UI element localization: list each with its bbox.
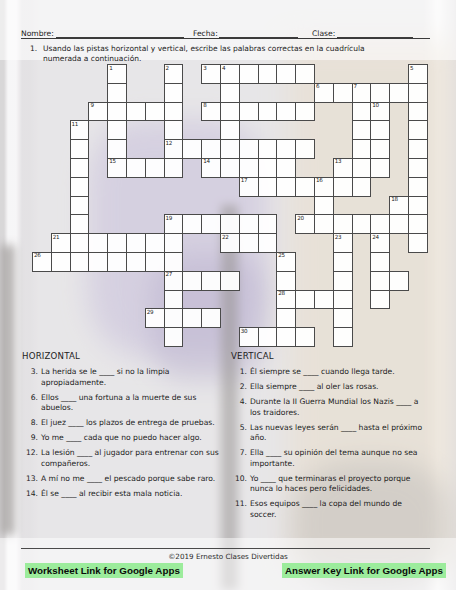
crossword-cell[interactable]: [182, 308, 202, 328]
crossword-cell[interactable]: [389, 83, 409, 103]
crossword-cell[interactable]: 12: [164, 139, 184, 159]
crossword-cell[interactable]: 17: [239, 177, 259, 197]
crossword-cell[interactable]: [276, 308, 296, 328]
cell-number: 21: [53, 234, 60, 241]
crossword-cell[interactable]: [333, 214, 353, 234]
clue-item: 11.Esos equipos ____ la copa del mundo d…: [231, 499, 453, 520]
crossword-grid: 1234567981011121514131716181920212223242…: [32, 64, 427, 346]
name-label: Nombre:: [21, 29, 54, 38]
cell-number: 18: [391, 196, 398, 203]
crossword-cell[interactable]: [164, 158, 184, 178]
crossword-cell[interactable]: [239, 64, 259, 84]
crossword-cell[interactable]: [107, 102, 127, 122]
crossword-cell[interactable]: [220, 214, 240, 234]
crossword-cell[interactable]: 15: [107, 158, 127, 178]
crossword-cell[interactable]: [314, 196, 334, 216]
crossword-cell[interactable]: [51, 252, 71, 272]
cell-number: 22: [222, 234, 229, 241]
clue-item: 14.Él se ____ al recibir esta mala notic…: [22, 489, 226, 500]
clue-item: 9.Yo me ____ cada que no puedo hacer alg…: [22, 433, 226, 444]
crossword-cell[interactable]: [352, 214, 372, 234]
clue-text: Ella siempre ____ al oler las rosas.: [250, 382, 428, 393]
header-divider: [21, 38, 430, 39]
crossword-cell[interactable]: [201, 214, 221, 234]
vertical-clues: VERTICAL 1.Él siempre se ____ cuando lle…: [231, 351, 453, 525]
crossword-cell[interactable]: [126, 158, 146, 178]
crossword-cell[interactable]: [164, 233, 184, 253]
crossword-cell[interactable]: [389, 214, 409, 234]
cell-number: 13: [335, 158, 342, 165]
instruction: 1. Usando las pistas horizontal y vertic…: [30, 44, 422, 64]
clue-number: 14.: [22, 489, 41, 500]
crossword-cell[interactable]: [70, 177, 90, 197]
clue-text: La herida se le ____ si no la limpia apr…: [41, 367, 221, 388]
crossword-cell[interactable]: [352, 120, 372, 140]
crossword-cell[interactable]: 27: [164, 271, 184, 291]
cell-number: 10: [372, 102, 379, 109]
crossword-cell[interactable]: [370, 214, 390, 234]
cell-number: 15: [109, 158, 116, 165]
crossword-cell[interactable]: [220, 158, 240, 178]
cell-number: 16: [316, 177, 323, 184]
crossword-cell[interactable]: [182, 214, 202, 234]
instruction-text: Usando las pistas horizontal y vertical,…: [43, 44, 395, 64]
clue-number: 1.: [231, 367, 250, 378]
cell-number: 8: [203, 102, 206, 109]
clue-item: 5.Las nuevas leyes serán ____ hasta el p…: [231, 423, 453, 444]
crossword-cell[interactable]: [295, 177, 315, 197]
crossword-cell[interactable]: [164, 102, 184, 122]
cell-number: 28: [278, 290, 285, 297]
crossword-cell[interactable]: [164, 120, 184, 140]
crossword-cell[interactable]: [333, 252, 353, 272]
cell-number: 11: [72, 121, 79, 128]
crossword-cell[interactable]: 14: [201, 158, 221, 178]
crossword-cell[interactable]: 10: [370, 102, 390, 122]
clue-number: 3.: [22, 367, 41, 388]
crossword-cell[interactable]: [70, 158, 90, 178]
cell-number: 26: [34, 252, 41, 259]
cell-number: 27: [166, 271, 173, 278]
crossword-cell[interactable]: [107, 233, 127, 253]
crossword-cell[interactable]: 16: [314, 177, 334, 197]
cell-number: 7: [354, 83, 357, 90]
name-blank-line[interactable]: [56, 29, 184, 38]
crossword-cell[interactable]: [370, 271, 390, 291]
class-label: Clase:: [312, 29, 335, 38]
crossword-cell[interactable]: [333, 308, 353, 328]
crossword-cell[interactable]: [126, 252, 146, 272]
crossword-cell[interactable]: [295, 139, 315, 159]
clue-text: Durante la II Guerra Mundial los Nazis _…: [250, 397, 428, 418]
crossword-cell[interactable]: [107, 120, 127, 140]
crossword-cell[interactable]: [408, 139, 428, 159]
crossword-cell[interactable]: [258, 177, 278, 197]
crossword-cell[interactable]: [258, 158, 278, 178]
crossword-cell[interactable]: [70, 233, 90, 253]
clue-text: Yo me ____ cada que no puedo hacer algo.: [41, 433, 221, 444]
cell-number: 12: [166, 140, 173, 147]
crossword-cell[interactable]: 18: [389, 196, 409, 216]
clue-number: 6.: [22, 393, 41, 414]
crossword-cell[interactable]: [389, 271, 409, 291]
clue-item: 6.Ellos ____ una fortuna a la muerte de …: [22, 393, 226, 414]
crossword-cell[interactable]: [145, 233, 165, 253]
cell-number: 3: [203, 65, 206, 72]
crossword-cell[interactable]: 30: [239, 327, 259, 347]
crossword-cell[interactable]: [220, 271, 240, 291]
crossword-cell[interactable]: [70, 214, 90, 234]
crossword-cell[interactable]: [370, 139, 390, 159]
crossword-cell[interactable]: 1: [107, 64, 127, 84]
crossword-cell[interactable]: 26: [32, 252, 52, 272]
clue-item: 3.La herida se le ____ si no la limpia a…: [22, 367, 226, 388]
cell-number: 20: [297, 215, 304, 222]
crossword-cell[interactable]: [352, 158, 372, 178]
clue-text: La lesión ____ al jugador para entrenar …: [41, 448, 221, 469]
crossword-cell[interactable]: [164, 290, 184, 310]
crossword-cell[interactable]: [70, 252, 90, 272]
crossword-cell[interactable]: [182, 271, 202, 291]
crossword-cell[interactable]: [276, 64, 296, 84]
clue-number: 2.: [231, 382, 250, 393]
class-blank-line[interactable]: [337, 29, 413, 38]
crossword-cell[interactable]: 3: [201, 64, 221, 84]
clue-item: 12.La lesión ____ al jugador para entren…: [22, 448, 226, 469]
crossword-cell[interactable]: 11: [70, 120, 90, 140]
clue-number: 12.: [22, 448, 41, 469]
clue-number: 11.: [231, 499, 250, 520]
crossword-cell[interactable]: 24: [370, 233, 390, 253]
cell-number: 30: [241, 328, 248, 335]
cell-number: 1: [109, 65, 112, 72]
crossword-cell[interactable]: [145, 158, 165, 178]
crossword-cell[interactable]: [408, 83, 428, 103]
crossword-cell[interactable]: 20: [295, 214, 315, 234]
cell-number: 25: [278, 252, 285, 259]
crossword-cell[interactable]: 19: [164, 214, 184, 234]
worksheet-link-button[interactable]: Worksheet Link for Google Apps: [25, 563, 183, 578]
clue-text: Él se ____ al recibir esta mala noticia.: [41, 489, 221, 500]
crossword-cell[interactable]: [258, 102, 278, 122]
crossword-cell[interactable]: 2: [164, 64, 184, 84]
crossword-cell[interactable]: [258, 214, 278, 234]
crossword-cell[interactable]: 4: [220, 64, 240, 84]
crossword-cell[interactable]: [408, 233, 428, 253]
crossword-cell[interactable]: [352, 102, 372, 122]
crossword-cell[interactable]: [201, 139, 221, 159]
date-blank-line[interactable]: [219, 29, 298, 38]
crossword-cell[interactable]: 5: [408, 64, 428, 84]
crossword-cell[interactable]: [295, 327, 315, 347]
crossword-cell[interactable]: [220, 139, 240, 159]
crossword-cell[interactable]: [333, 327, 353, 347]
crossword-cell[interactable]: 25: [276, 252, 296, 272]
crossword-cell[interactable]: [276, 158, 296, 178]
crossword-cell[interactable]: [88, 252, 108, 272]
crossword-cell[interactable]: 6: [314, 83, 334, 103]
crossword-cell[interactable]: [145, 102, 165, 122]
crossword-cell[interactable]: [88, 233, 108, 253]
cell-number: 6: [316, 83, 319, 90]
crossword-cell[interactable]: [333, 290, 353, 310]
clue-number: 5.: [231, 423, 250, 444]
crossword-cell[interactable]: 9: [88, 102, 108, 122]
crossword-cell[interactable]: [408, 158, 428, 178]
clue-text: Las nuevas leyes serán ____ hasta el pró…: [250, 423, 428, 444]
crossword-cell[interactable]: [258, 139, 278, 159]
crossword-cell[interactable]: [107, 83, 127, 103]
vertical-title: VERTICAL: [231, 351, 453, 362]
footer-divider: [21, 548, 430, 549]
clue-item: 2.Ella siempre ____ al oler las rosas.: [231, 382, 453, 393]
cell-number: 4: [222, 65, 225, 72]
clue-number: 9.: [22, 433, 41, 444]
crossword-cell[interactable]: [70, 196, 90, 216]
crossword-cell[interactable]: [352, 139, 372, 159]
horizontal-clues: HORIZONTAL 3.La herida se le ____ si no …: [22, 351, 226, 504]
clue-item: 10.Yo ____ que terminaras el proyecto po…: [231, 474, 453, 495]
cell-number: 2: [166, 65, 169, 72]
cell-number: 29: [147, 309, 154, 316]
crossword-cell[interactable]: [258, 64, 278, 84]
crossword-cell[interactable]: [408, 120, 428, 140]
answer-key-link-button[interactable]: Answer Key Link for Google Apps: [282, 563, 446, 578]
crossword-cell[interactable]: [258, 233, 278, 253]
clue-number: 4.: [231, 397, 250, 418]
background-photo-dark-strip: [0, 245, 15, 535]
crossword-cell[interactable]: [295, 290, 315, 310]
crossword-cell[interactable]: [408, 214, 428, 234]
crossword-cell[interactable]: [333, 83, 353, 103]
clue-text: Ella ____ su opinión del tema aunque no …: [250, 448, 428, 469]
crossword-cell[interactable]: [352, 177, 372, 197]
crossword-cell[interactable]: [107, 252, 127, 272]
cell-number: 19: [166, 215, 173, 222]
crossword-cell[interactable]: [239, 139, 259, 159]
crossword-cell[interactable]: [220, 102, 240, 122]
cell-number: 17: [241, 177, 248, 184]
clue-text: Ellos ____ una fortuna a la muerte de su…: [41, 393, 221, 414]
crossword-cell[interactable]: [239, 233, 259, 253]
crossword-cell[interactable]: [107, 139, 127, 159]
clue-number: 7.: [231, 448, 250, 469]
clue-item: 13.A mí no me ____ el pescado porque sab…: [22, 474, 226, 485]
clue-number: 10.: [231, 474, 250, 495]
crossword-cell[interactable]: [333, 271, 353, 291]
clue-item: 4.Durante la II Guerra Mundial los Nazis…: [231, 397, 453, 418]
crossword-cell[interactable]: 21: [51, 233, 71, 253]
crossword-cell[interactable]: [258, 327, 278, 347]
crossword-cell[interactable]: [126, 233, 146, 253]
clue-text: Yo ____ que terminaras el proyecto porqu…: [250, 474, 428, 495]
crossword-cell[interactable]: [295, 102, 315, 122]
crossword-cell[interactable]: [314, 290, 334, 310]
clue-text: A mí no me ____ el pescado porque sabe r…: [41, 474, 221, 485]
crossword-cell[interactable]: [370, 120, 390, 140]
crossword-cell[interactable]: [126, 102, 146, 122]
crossword-cell[interactable]: [333, 177, 353, 197]
vertical-clue-list: 1.Él siempre se ____ cuando llega tarde.…: [231, 367, 453, 520]
crossword-cell[interactable]: [145, 252, 165, 272]
crossword-cell[interactable]: [276, 102, 296, 122]
crossword-cell[interactable]: [201, 308, 221, 328]
clue-text: Esos equipos ____ la copa del mundo de s…: [250, 499, 428, 520]
crossword-cell[interactable]: [408, 102, 428, 122]
crossword-cell[interactable]: [239, 158, 259, 178]
clue-text: Él siempre se ____ cuando llega tarde.: [250, 367, 428, 378]
crossword-cell[interactable]: [201, 271, 221, 291]
instruction-number: 1.: [30, 44, 43, 64]
crossword-cell[interactable]: [276, 327, 296, 347]
crossword-cell[interactable]: 29: [145, 308, 165, 328]
crossword-cell[interactable]: [370, 83, 390, 103]
clue-number: 13.: [22, 474, 41, 485]
crossword-cell[interactable]: [182, 139, 202, 159]
crossword-cell[interactable]: [220, 120, 240, 140]
cell-number: 23: [335, 234, 342, 241]
crossword-cell[interactable]: [70, 139, 90, 159]
copyright-text: ©2019 Ernesto Clases Divertidas: [0, 552, 456, 561]
crossword-cell[interactable]: [164, 252, 184, 272]
crossword-cell[interactable]: [295, 64, 315, 84]
crossword-cell[interactable]: [370, 252, 390, 272]
clue-text: El juez ____ los plazos de entrega de pr…: [41, 418, 221, 429]
crossword-cell[interactable]: [408, 177, 428, 197]
cell-number: 24: [372, 234, 379, 241]
cell-number: 5: [410, 65, 413, 72]
crossword-cell[interactable]: [314, 214, 334, 234]
cell-number: 9: [90, 102, 93, 109]
cell-number: 14: [203, 158, 210, 165]
crossword-cell[interactable]: 8: [201, 102, 221, 122]
crossword-cell[interactable]: 7: [352, 83, 372, 103]
crossword-cell[interactable]: [276, 177, 296, 197]
date-label: Fecha:: [193, 29, 218, 38]
crossword-cell[interactable]: 22: [220, 233, 240, 253]
crossword-cell[interactable]: 28: [276, 290, 296, 310]
clue-number: 8.: [22, 418, 41, 429]
crossword-cell[interactable]: [220, 83, 240, 103]
clue-item: 7.Ella ____ su opinión del tema aunque n…: [231, 448, 453, 469]
crossword-cell[interactable]: [276, 139, 296, 159]
crossword-cell[interactable]: [164, 83, 184, 103]
horizontal-clue-list: 3.La herida se le ____ si no la limpia a…: [22, 367, 226, 499]
horizontal-title: HORIZONTAL: [22, 351, 226, 362]
crossword-cell[interactable]: 23: [333, 233, 353, 253]
crossword-cell[interactable]: [408, 196, 428, 216]
crossword-cell[interactable]: [239, 102, 259, 122]
crossword-cell[interactable]: [164, 327, 184, 347]
clue-item: 8.El juez ____ los plazos de entrega de …: [22, 418, 226, 429]
crossword-cell[interactable]: [276, 271, 296, 291]
crossword-cell[interactable]: [164, 308, 184, 328]
crossword-cell[interactable]: [370, 290, 390, 310]
crossword-cell[interactable]: [370, 158, 390, 178]
crossword-cell[interactable]: [239, 214, 259, 234]
clue-item: 1.Él siempre se ____ cuando llega tarde.: [231, 367, 453, 378]
crossword-cell[interactable]: 13: [333, 158, 353, 178]
